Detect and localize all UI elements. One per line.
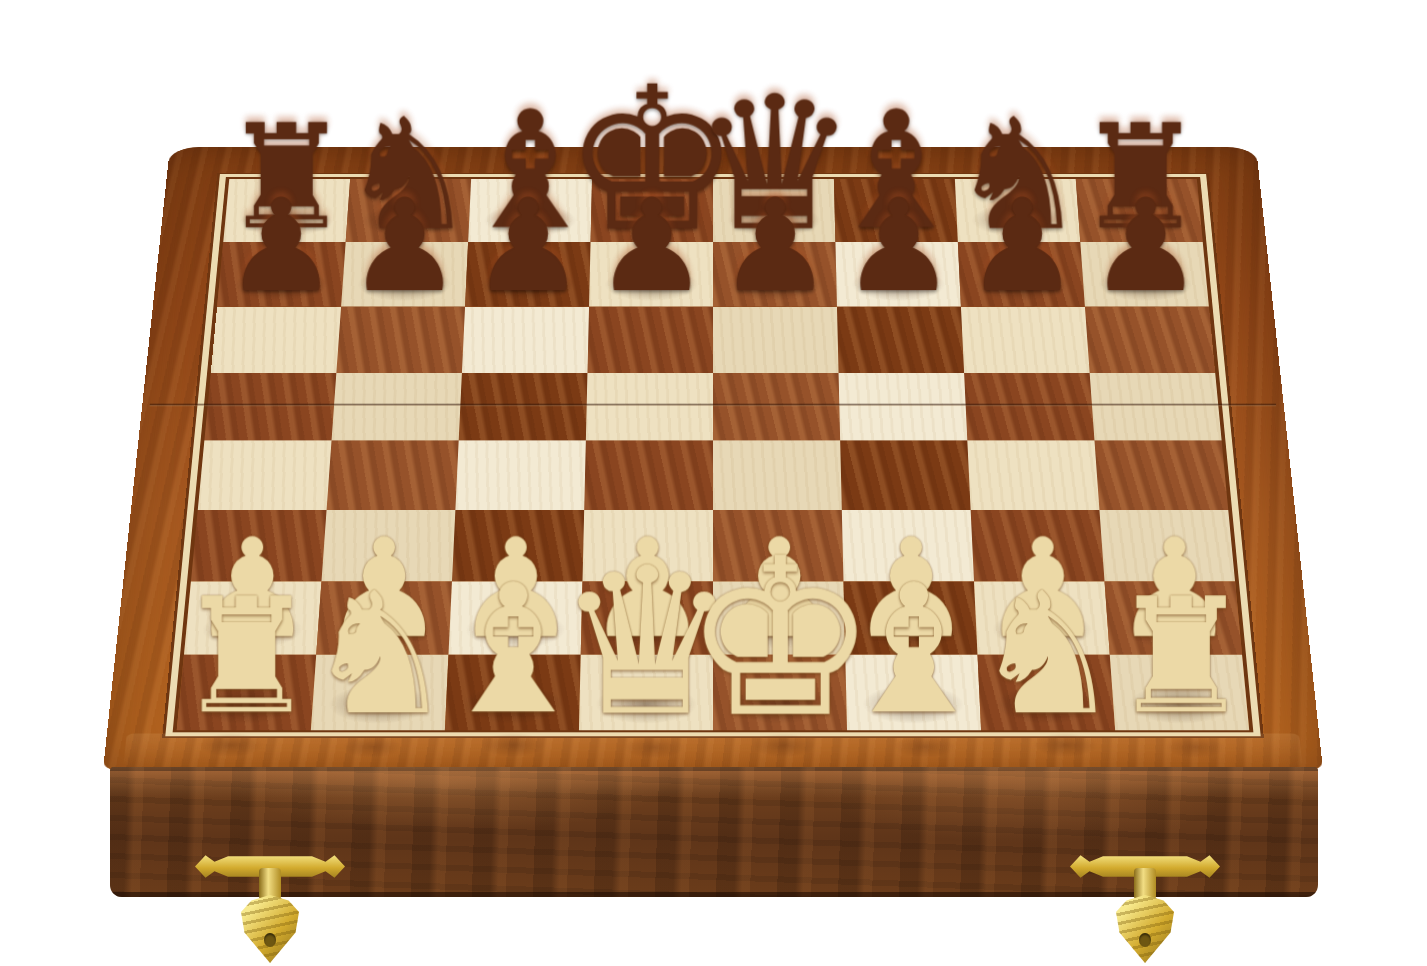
square-e7: ♟ — [713, 242, 837, 306]
product-photo-scene: ♜♞♝♚♛♝♞♜♟♟♟♟♟♟♟♟♟♟♟♟♟♟♟♟♜♞♝♛♚♝♞♜ — [0, 0, 1427, 966]
square-e1: ♚ — [713, 655, 847, 730]
square-d4 — [584, 440, 713, 510]
square-g1: ♞ — [978, 655, 1116, 730]
square-c6 — [462, 307, 589, 373]
square-h7: ♟ — [1080, 242, 1209, 306]
brass-latch-left — [190, 853, 350, 965]
near-frame-reflections — [123, 734, 1302, 767]
brass-latch-right — [1065, 853, 1225, 965]
latch-pendant-icon — [241, 895, 299, 963]
square-d6 — [587, 307, 713, 373]
square-f7: ♟ — [835, 242, 961, 306]
square-b6 — [336, 307, 465, 373]
board-fold-seam — [150, 403, 1277, 407]
square-b4 — [327, 440, 459, 510]
chess-board: ♜♞♝♚♛♝♞♜♟♟♟♟♟♟♟♟♟♟♟♟♟♟♟♟♜♞♝♛♚♝♞♜ — [103, 147, 1323, 770]
latch-hole-icon — [1139, 933, 1151, 947]
square-a1: ♜ — [177, 655, 316, 730]
square-d7: ♟ — [589, 242, 713, 306]
square-g7: ♟ — [958, 242, 1085, 306]
square-f6 — [837, 307, 964, 373]
square-f1: ♝ — [845, 655, 981, 730]
square-e6 — [713, 307, 839, 373]
square-a7: ♟ — [217, 242, 346, 306]
latch-pendant-icon — [1116, 895, 1174, 963]
square-h1: ♜ — [1110, 655, 1249, 730]
square-h6 — [1085, 307, 1215, 373]
square-b1: ♞ — [311, 655, 449, 730]
square-h4 — [1094, 440, 1228, 510]
square-a4 — [198, 440, 332, 510]
square-f4 — [840, 440, 970, 510]
square-a6 — [211, 307, 341, 373]
square-c7: ♟ — [465, 242, 591, 306]
square-e4 — [713, 440, 842, 510]
latch-hole-icon — [264, 933, 276, 947]
square-g4 — [967, 440, 1099, 510]
square-c4 — [455, 440, 585, 510]
board-squares: ♜♞♝♚♛♝♞♜♟♟♟♟♟♟♟♟♟♟♟♟♟♟♟♟♜♞♝♛♚♝♞♜ — [177, 179, 1249, 730]
square-b7: ♟ — [341, 242, 468, 306]
square-g6 — [961, 307, 1090, 373]
